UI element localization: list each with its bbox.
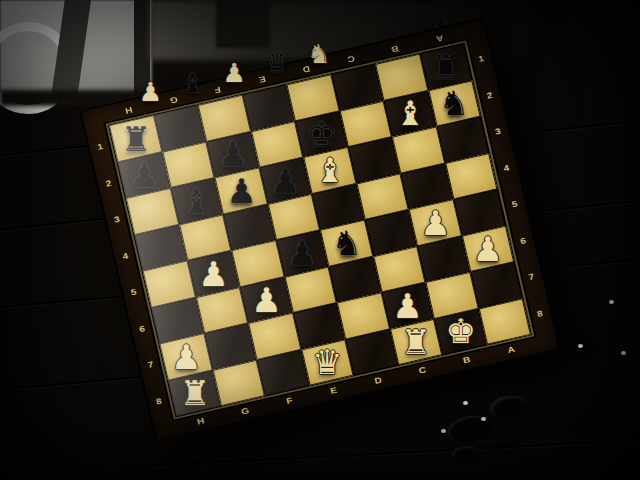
piece-black-rook-a1: ♜	[431, 50, 461, 84]
table-plank-seam	[0, 375, 150, 390]
table-glint	[441, 429, 446, 433]
rank-label-left-2: 2	[97, 163, 120, 203]
rank-label-left-7: 7	[139, 345, 162, 385]
piece-white-pawn-h7: ♟	[171, 340, 201, 374]
rank-label-right-1: 1	[470, 39, 493, 79]
rank-label-left-3: 3	[105, 200, 128, 240]
rank-label-right-2: 2	[478, 75, 501, 115]
table-glint	[621, 351, 626, 355]
rank-label-right-3: 3	[486, 112, 509, 152]
rank-label-left-8: 8	[147, 381, 170, 421]
piece-white-king-b8: ♚	[445, 315, 475, 349]
rim-captured-black-bishop: ♝	[181, 70, 204, 96]
piece-white-pawn-a6: ♟	[473, 232, 503, 266]
table-glint	[578, 344, 583, 348]
rim-captured-white-knight: ♞	[307, 41, 330, 67]
rank-label-left-5: 5	[122, 272, 145, 312]
rim-captured-white-pawn: ♟	[139, 79, 162, 105]
piece-black-king-d2: ♚	[306, 117, 336, 151]
piece-black-bishop-g3: ♝	[181, 184, 211, 218]
piece-black-pawn-e5: ♟	[287, 236, 317, 270]
piece-white-rook-c8: ♜	[401, 325, 431, 359]
piece-white-pawn-c7: ♟	[392, 289, 422, 323]
rank-label-left-4: 4	[114, 236, 137, 276]
piece-white-bishop-b2: ♝	[395, 97, 425, 131]
rank-label-left-6: 6	[131, 309, 154, 349]
chess-board: HGFEDCBA HGFEDCBA 12345678 12345678 ♜♜♟♟…	[79, 17, 561, 443]
piece-black-knight-a2: ♞	[439, 86, 469, 120]
piece-black-pawn-h2: ♟	[129, 158, 159, 192]
piece-black-pawn-e3: ♟	[270, 164, 300, 198]
rank-label-right-6: 6	[512, 221, 535, 261]
table-glint	[463, 401, 468, 405]
piece-black-pawn-f3: ♟	[226, 174, 256, 208]
rank-label-left-1: 1	[89, 127, 112, 167]
wall-post	[216, 0, 270, 48]
table-plank-seam	[150, 439, 639, 467]
black-piece-silhouette-on-table	[452, 446, 482, 462]
piece-white-pawn-b5: ♟	[420, 206, 450, 240]
table-plank-seam	[0, 294, 140, 308]
piece-white-bishop-d3: ♝	[314, 153, 344, 187]
table-glint	[481, 417, 486, 421]
photo-of-chess-game: { "game": "chess", "scene": { "descripti…	[0, 0, 640, 480]
rank-label-right-4: 4	[495, 148, 518, 188]
piece-white-pawn-g5: ♟	[198, 257, 228, 291]
rim-captured-black-queen: ♛	[265, 50, 288, 76]
rank-label-right-5: 5	[503, 184, 526, 224]
table-plank-seam	[540, 200, 640, 212]
piece-white-rook-h8: ♜	[179, 376, 209, 410]
piece-white-pawn-f6: ♟	[251, 283, 281, 317]
piece-black-rook-h1: ♜	[120, 122, 150, 156]
rank-label-right-8: 8	[528, 293, 551, 333]
table-plank-seam	[565, 259, 640, 268]
black-piece-silhouette-on-table	[445, 412, 495, 446]
rim-captured-white-pawn: ♟	[223, 60, 246, 86]
piece-black-knight-d5: ♞	[331, 226, 361, 260]
table-glint	[609, 300, 614, 304]
rank-label-right-7: 7	[520, 257, 543, 297]
piece-black-pawn-f2: ♟	[217, 137, 247, 171]
table-plank-seam	[545, 120, 640, 132]
black-piece-silhouette-on-table	[489, 393, 530, 420]
piece-white-queen-e8: ♛	[312, 345, 342, 379]
